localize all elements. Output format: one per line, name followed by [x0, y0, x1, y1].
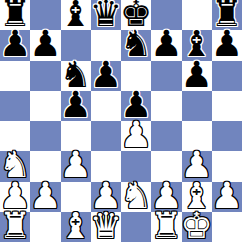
- square-f4[interactable]: [151, 121, 181, 151]
- square-f1[interactable]: ♜: [151, 212, 181, 242]
- square-d5[interactable]: [91, 91, 121, 121]
- square-a7[interactable]: ♟: [0, 30, 30, 60]
- square-g6[interactable]: ♟: [182, 61, 212, 91]
- square-e7[interactable]: ♞: [121, 30, 151, 60]
- square-g1[interactable]: ♚: [182, 212, 212, 242]
- square-h2[interactable]: ♟: [212, 182, 242, 212]
- square-e2[interactable]: ♞: [121, 182, 151, 212]
- black-bishop[interactable]: ♝: [59, 0, 91, 32]
- square-b7[interactable]: ♟: [30, 30, 60, 60]
- white-pawn[interactable]: ♟: [211, 178, 242, 214]
- black-pawn[interactable]: ♟: [150, 26, 182, 62]
- square-b4[interactable]: [30, 121, 60, 151]
- white-bishop[interactable]: ♝: [59, 208, 91, 242]
- square-h6[interactable]: [212, 61, 242, 91]
- square-f7[interactable]: ♟: [151, 30, 181, 60]
- square-h5[interactable]: [212, 91, 242, 121]
- square-h4[interactable]: [212, 121, 242, 151]
- square-e1[interactable]: [121, 212, 151, 242]
- square-b6[interactable]: [30, 61, 60, 91]
- white-rook[interactable]: ♜: [0, 208, 31, 242]
- square-a1[interactable]: ♜: [0, 212, 30, 242]
- square-h7[interactable]: ♟: [212, 30, 242, 60]
- white-pawn[interactable]: ♟: [120, 117, 152, 153]
- square-c8[interactable]: ♝: [61, 0, 91, 30]
- square-d1[interactable]: ♛: [91, 212, 121, 242]
- square-d8[interactable]: ♛: [91, 0, 121, 30]
- square-d6[interactable]: ♟: [91, 61, 121, 91]
- square-g5[interactable]: [182, 91, 212, 121]
- square-f6[interactable]: [151, 61, 181, 91]
- chess-board: ♜♝♛♚♜♟♟♞♟♝♟♞♟♟♟♟♟♞♟♟♟♟♟♞♟♝♟♜♝♛♜♚: [0, 0, 242, 242]
- black-pawn[interactable]: ♟: [90, 57, 122, 93]
- white-pawn[interactable]: ♟: [59, 147, 91, 183]
- white-pawn[interactable]: ♟: [29, 178, 61, 214]
- black-pawn[interactable]: ♟: [180, 57, 212, 93]
- white-knight[interactable]: ♞: [120, 178, 152, 214]
- black-pawn[interactable]: ♟: [59, 87, 91, 123]
- square-b1[interactable]: [30, 212, 60, 242]
- white-king[interactable]: ♚: [180, 208, 212, 242]
- square-c5[interactable]: ♟: [61, 91, 91, 121]
- white-queen[interactable]: ♛: [90, 208, 122, 242]
- white-rook[interactable]: ♜: [150, 208, 182, 242]
- square-e4[interactable]: ♟: [121, 121, 151, 151]
- square-c3[interactable]: ♟: [61, 151, 91, 181]
- square-c1[interactable]: ♝: [61, 212, 91, 242]
- black-knight[interactable]: ♞: [120, 26, 152, 62]
- black-pawn[interactable]: ♟: [29, 26, 61, 62]
- black-queen[interactable]: ♛: [90, 0, 122, 32]
- black-pawn[interactable]: ♟: [211, 26, 242, 62]
- square-a6[interactable]: [0, 61, 30, 91]
- square-a5[interactable]: [0, 91, 30, 121]
- square-b5[interactable]: [30, 91, 60, 121]
- square-b2[interactable]: ♟: [30, 182, 60, 212]
- square-f5[interactable]: [151, 91, 181, 121]
- black-pawn[interactable]: ♟: [0, 26, 31, 62]
- square-d4[interactable]: [91, 121, 121, 151]
- square-h1[interactable]: [212, 212, 242, 242]
